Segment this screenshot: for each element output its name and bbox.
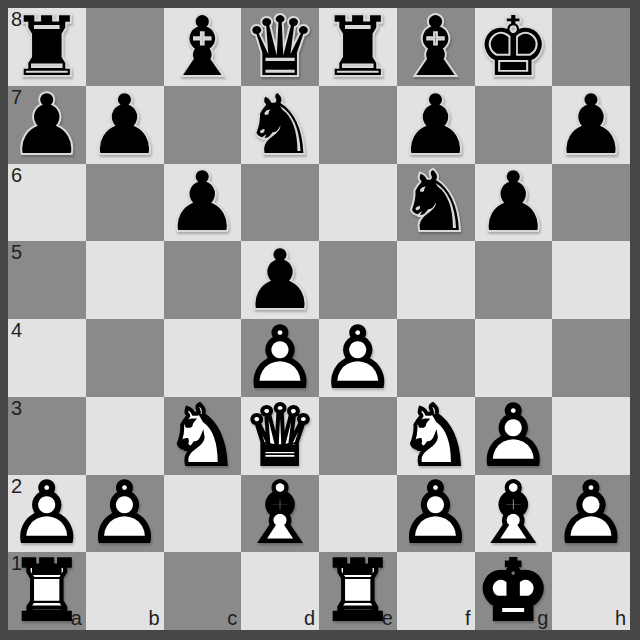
file-label-b: b [148, 608, 159, 629]
square-d6[interactable] [241, 164, 319, 242]
file-label-c: c [227, 608, 237, 629]
square-b7[interactable]: ♟♟ [86, 86, 164, 164]
white-rook[interactable]: ♜♖ [8, 552, 86, 630]
piece-detail-layer: ♔ [477, 550, 551, 632]
black-pawn[interactable]: ♟♟ [241, 241, 319, 319]
square-e1[interactable]: e♜♖ [319, 552, 397, 630]
square-e6[interactable] [319, 164, 397, 242]
white-bishop[interactable]: ♝♗ [475, 475, 553, 553]
black-king[interactable]: ♚♚ [475, 8, 553, 86]
square-h2[interactable]: ♟♙ [552, 475, 630, 553]
piece-fill-layer: ♟ [399, 84, 473, 166]
square-b8[interactable] [86, 8, 164, 86]
white-queen[interactable]: ♛♕ [241, 397, 319, 475]
board-frame: 8♜♜♝♝♛♛♜♜♝♝♚♚7♟♟♟♟♞♞♟♟♟♟6♟♟♞♞♟♟5♟♟4♟♙♟♙3… [0, 0, 640, 640]
square-b3[interactable] [86, 397, 164, 475]
square-f4[interactable] [397, 319, 475, 397]
piece-fill-layer: ♟ [554, 84, 628, 166]
piece-fill-layer: ♟ [166, 161, 240, 243]
square-g4[interactable] [475, 319, 553, 397]
square-g2[interactable]: ♝♗ [475, 475, 553, 553]
black-knight[interactable]: ♞♞ [397, 164, 475, 242]
piece-detail-layer: ♙ [321, 317, 395, 399]
square-f7[interactable]: ♟♟ [397, 86, 475, 164]
square-h6[interactable] [552, 164, 630, 242]
square-a1[interactable]: 1a♜♖ [8, 552, 86, 630]
white-pawn[interactable]: ♟♙ [8, 475, 86, 553]
square-f8[interactable]: ♝♝ [397, 8, 475, 86]
black-pawn[interactable]: ♟♟ [8, 86, 86, 164]
black-rook[interactable]: ♜♜ [319, 8, 397, 86]
white-bishop[interactable]: ♝♗ [241, 475, 319, 553]
piece-fill-layer: ♝ [399, 6, 473, 88]
piece-detail-layer: ♘ [399, 395, 473, 477]
black-pawn[interactable]: ♟♟ [475, 164, 553, 242]
piece-detail-layer: ♙ [399, 472, 473, 554]
rank-label-3: 3 [11, 398, 22, 419]
square-b5[interactable] [86, 241, 164, 319]
piece-detail-layer: ♗ [477, 472, 551, 554]
piece-detail-layer: ♖ [321, 550, 395, 632]
square-h3[interactable] [552, 397, 630, 475]
square-b1[interactable]: b [86, 552, 164, 630]
piece-fill-layer: ♟ [10, 84, 84, 166]
piece-fill-layer: ♟ [88, 84, 162, 166]
square-e4[interactable]: ♟♙ [319, 319, 397, 397]
file-label-f: f [465, 608, 471, 629]
white-pawn[interactable]: ♟♙ [319, 319, 397, 397]
square-e2[interactable] [319, 475, 397, 553]
square-g5[interactable] [475, 241, 553, 319]
white-knight[interactable]: ♞♘ [164, 397, 242, 475]
square-e8[interactable]: ♜♜ [319, 8, 397, 86]
piece-detail-layer: ♗ [243, 472, 317, 554]
black-pawn[interactable]: ♟♟ [164, 164, 242, 242]
white-pawn[interactable]: ♟♙ [552, 475, 630, 553]
chessboard: 8♜♜♝♝♛♛♜♜♝♝♚♚7♟♟♟♟♞♞♟♟♟♟6♟♟♞♞♟♟5♟♟4♟♙♟♙3… [8, 8, 630, 630]
square-a5[interactable]: 5 [8, 241, 86, 319]
white-king[interactable]: ♚♔ [475, 552, 553, 630]
square-f3[interactable]: ♞♘ [397, 397, 475, 475]
square-b6[interactable] [86, 164, 164, 242]
white-knight[interactable]: ♞♘ [397, 397, 475, 475]
white-pawn[interactable]: ♟♙ [397, 475, 475, 553]
square-a7[interactable]: 7♟♟ [8, 86, 86, 164]
black-pawn[interactable]: ♟♟ [86, 86, 164, 164]
piece-detail-layer: ♙ [10, 472, 84, 554]
rank-label-5: 5 [11, 242, 22, 263]
square-d7[interactable]: ♞♞ [241, 86, 319, 164]
piece-fill-layer: ♞ [399, 161, 473, 243]
piece-fill-layer: ♟ [477, 161, 551, 243]
square-c6[interactable]: ♟♟ [164, 164, 242, 242]
square-e3[interactable] [319, 397, 397, 475]
black-pawn[interactable]: ♟♟ [397, 86, 475, 164]
file-label-h: h [615, 608, 626, 629]
piece-fill-layer: ♝ [166, 6, 240, 88]
square-f5[interactable] [397, 241, 475, 319]
rank-label-4: 4 [11, 320, 22, 341]
square-g3[interactable]: ♟♙ [475, 397, 553, 475]
square-h5[interactable] [552, 241, 630, 319]
square-g6[interactable]: ♟♟ [475, 164, 553, 242]
square-g7[interactable] [475, 86, 553, 164]
square-d5[interactable]: ♟♟ [241, 241, 319, 319]
square-h8[interactable] [552, 8, 630, 86]
black-pawn[interactable]: ♟♟ [552, 86, 630, 164]
square-c5[interactable] [164, 241, 242, 319]
square-h1[interactable]: h [552, 552, 630, 630]
piece-fill-layer: ♜ [321, 6, 395, 88]
square-c7[interactable] [164, 86, 242, 164]
square-f6[interactable]: ♞♞ [397, 164, 475, 242]
square-a8[interactable]: 8♜♜ [8, 8, 86, 86]
black-queen[interactable]: ♛♛ [241, 8, 319, 86]
piece-detail-layer: ♕ [243, 395, 317, 477]
square-a6[interactable]: 6 [8, 164, 86, 242]
square-e7[interactable] [319, 86, 397, 164]
square-c3[interactable]: ♞♘ [164, 397, 242, 475]
piece-detail-layer: ♙ [554, 472, 628, 554]
square-c1[interactable]: c [164, 552, 242, 630]
square-c4[interactable] [164, 319, 242, 397]
white-pawn[interactable]: ♟♙ [86, 475, 164, 553]
piece-fill-layer: ♜ [10, 6, 84, 88]
black-bishop[interactable]: ♝♝ [397, 8, 475, 86]
piece-detail-layer: ♖ [10, 550, 84, 632]
square-h4[interactable] [552, 319, 630, 397]
square-d2[interactable]: ♝♗ [241, 475, 319, 553]
square-a2[interactable]: 2♟♙ [8, 475, 86, 553]
file-label-d: d [304, 608, 315, 629]
piece-fill-layer: ♛ [243, 6, 317, 88]
square-d8[interactable]: ♛♛ [241, 8, 319, 86]
piece-detail-layer: ♘ [166, 395, 240, 477]
piece-fill-layer: ♟ [243, 239, 317, 321]
piece-detail-layer: ♙ [243, 317, 317, 399]
square-c8[interactable]: ♝♝ [164, 8, 242, 86]
white-pawn[interactable]: ♟♙ [475, 397, 553, 475]
square-a3[interactable]: 3 [8, 397, 86, 475]
white-pawn[interactable]: ♟♙ [241, 319, 319, 397]
piece-fill-layer: ♞ [243, 84, 317, 166]
square-c2[interactable] [164, 475, 242, 553]
piece-detail-layer: ♙ [477, 395, 551, 477]
square-g1[interactable]: g♚♔ [475, 552, 553, 630]
piece-detail-layer: ♙ [88, 472, 162, 554]
black-knight[interactable]: ♞♞ [241, 86, 319, 164]
black-rook[interactable]: ♜♜ [8, 8, 86, 86]
black-bishop[interactable]: ♝♝ [164, 8, 242, 86]
square-g8[interactable]: ♚♚ [475, 8, 553, 86]
square-e5[interactable] [319, 241, 397, 319]
square-d1[interactable]: d [241, 552, 319, 630]
piece-fill-layer: ♚ [477, 6, 551, 88]
white-rook[interactable]: ♜♖ [319, 552, 397, 630]
square-b4[interactable] [86, 319, 164, 397]
square-f2[interactable]: ♟♙ [397, 475, 475, 553]
square-f1[interactable]: f [397, 552, 475, 630]
square-a4[interactable]: 4 [8, 319, 86, 397]
square-b2[interactable]: ♟♙ [86, 475, 164, 553]
rank-label-6: 6 [11, 165, 22, 186]
square-d3[interactable]: ♛♕ [241, 397, 319, 475]
square-d4[interactable]: ♟♙ [241, 319, 319, 397]
square-h7[interactable]: ♟♟ [552, 86, 630, 164]
